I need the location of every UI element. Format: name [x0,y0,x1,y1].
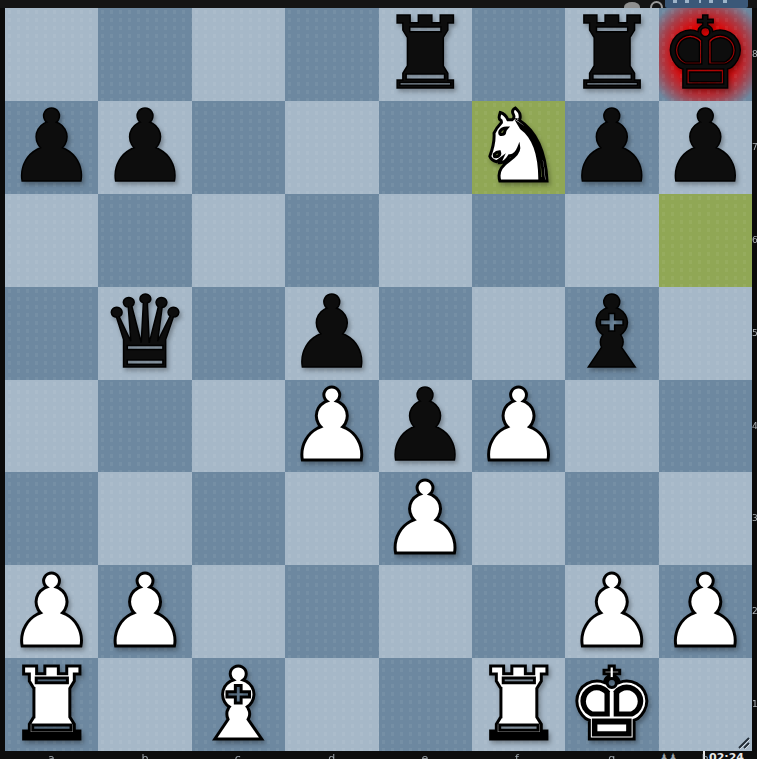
square-e3[interactable]: ♟ [379,472,472,565]
rank-label-6: 6 [752,235,757,245]
piece-white-pawn[interactable]: ♟ [567,566,657,658]
square-e8[interactable]: ♜ [379,8,472,101]
square-b1[interactable] [98,658,191,751]
square-a2[interactable]: ♟ [5,565,98,658]
square-g5[interactable]: ♝ [565,287,658,380]
rank-label-4: 4 [752,421,757,431]
square-d4[interactable]: ♟ [285,380,378,473]
square-a7[interactable]: ♟ [5,101,98,194]
square-b3[interactable] [98,472,191,565]
piece-black-king[interactable]: ♚ [660,8,750,100]
rank-label-2: 2 [752,606,757,616]
square-b5[interactable]: ♛ [98,287,191,380]
square-d2[interactable] [285,565,378,658]
square-e7[interactable] [379,101,472,194]
piece-black-pawn[interactable]: ♟ [7,101,97,193]
piece-white-pawn[interactable]: ♟ [660,566,750,658]
square-c2[interactable] [192,565,285,658]
piece-black-bishop[interactable]: ♝ [567,287,657,379]
square-g7[interactable]: ♟ [565,101,658,194]
piece-black-pawn[interactable]: ♟ [100,101,190,193]
piece-white-king[interactable]: ♚ [567,659,657,751]
piece-white-pawn[interactable]: ♟ [380,473,470,565]
square-e6[interactable] [379,194,472,287]
square-c7[interactable] [192,101,285,194]
piece-white-pawn[interactable]: ♟ [474,380,564,472]
square-f4[interactable]: ♟ [472,380,565,473]
square-a5[interactable] [5,287,98,380]
chess-board[interactable]: ♜♜♚♟♟♞♟♟♛♟♝♟♟♟♟♟♟♟♟♜♝♜♚ [5,8,752,751]
square-b6[interactable] [98,194,191,287]
square-b7[interactable]: ♟ [98,101,191,194]
square-h8[interactable]: ♚ [659,8,752,101]
captured-pieces-indicator: ♟♟ [660,752,678,759]
square-h3[interactable] [659,472,752,565]
square-d1[interactable] [285,658,378,751]
square-f3[interactable] [472,472,565,565]
piece-white-rook[interactable]: ♜ [474,659,564,751]
square-d5[interactable]: ♟ [285,287,378,380]
piece-white-knight[interactable]: ♞ [474,101,564,193]
square-f5[interactable] [472,287,565,380]
square-g2[interactable]: ♟ [565,565,658,658]
file-label-e: e [422,752,429,759]
square-h2[interactable]: ♟ [659,565,752,658]
square-c8[interactable] [192,8,285,101]
square-e2[interactable] [379,565,472,658]
piece-black-pawn[interactable]: ♟ [287,287,377,379]
rank-label-5: 5 [752,328,757,338]
chess-app-window: ♜♜♚♟♟♞♟♟♛♟♝♟♟♟♟♟♟♟♟♜♝♜♚ 87654321 ♟♟ 02:2… [0,0,757,759]
square-f1[interactable]: ♜ [472,658,565,751]
file-label-d: d [328,752,335,759]
square-f7[interactable]: ♞ [472,101,565,194]
square-h5[interactable] [659,287,752,380]
square-b4[interactable] [98,380,191,473]
piece-white-pawn[interactable]: ♟ [287,380,377,472]
square-f8[interactable] [472,8,565,101]
square-c4[interactable] [192,380,285,473]
square-c3[interactable] [192,472,285,565]
square-e1[interactable] [379,658,472,751]
square-h4[interactable] [659,380,752,473]
square-e4[interactable]: ♟ [379,380,472,473]
square-b8[interactable] [98,8,191,101]
player-clock: 02:24 [703,751,744,759]
piece-black-queen[interactable]: ♛ [100,287,190,379]
rank-label-3: 3 [752,513,757,523]
square-c1[interactable]: ♝ [192,658,285,751]
resize-handle-icon[interactable] [735,734,751,750]
square-a3[interactable] [5,472,98,565]
rank-label-7: 7 [752,142,757,152]
rank-coordinates: 87654321 [752,8,757,751]
square-c5[interactable] [192,287,285,380]
square-a1[interactable]: ♜ [5,658,98,751]
piece-black-pawn[interactable]: ♟ [380,380,470,472]
square-a4[interactable] [5,380,98,473]
square-a8[interactable] [5,8,98,101]
rank-label-8: 8 [752,49,757,59]
square-a6[interactable] [5,194,98,287]
piece-black-pawn[interactable]: ♟ [660,101,750,193]
piece-black-rook[interactable]: ♜ [380,8,470,100]
square-d8[interactable] [285,8,378,101]
square-g8[interactable]: ♜ [565,8,658,101]
square-g4[interactable] [565,380,658,473]
square-e5[interactable] [379,287,472,380]
file-label-h: h [702,752,709,759]
square-c6[interactable] [192,194,285,287]
square-g1[interactable]: ♚ [565,658,658,751]
square-b2[interactable]: ♟ [98,565,191,658]
square-h6[interactable] [659,194,752,287]
piece-black-rook[interactable]: ♜ [567,8,657,100]
piece-black-pawn[interactable]: ♟ [567,101,657,193]
square-h7[interactable]: ♟ [659,101,752,194]
square-d7[interactable] [285,101,378,194]
square-d3[interactable] [285,472,378,565]
piece-white-bishop[interactable]: ♝ [194,659,284,751]
square-d6[interactable] [285,194,378,287]
piece-white-pawn[interactable]: ♟ [7,566,97,658]
square-g6[interactable] [565,194,658,287]
square-f2[interactable] [472,565,565,658]
square-f6[interactable] [472,194,565,287]
square-g3[interactable] [565,472,658,565]
rank-label-1: 1 [752,699,757,709]
piece-white-pawn[interactable]: ♟ [100,566,190,658]
file-label-b: b [141,752,148,759]
piece-white-rook[interactable]: ♜ [7,659,97,751]
